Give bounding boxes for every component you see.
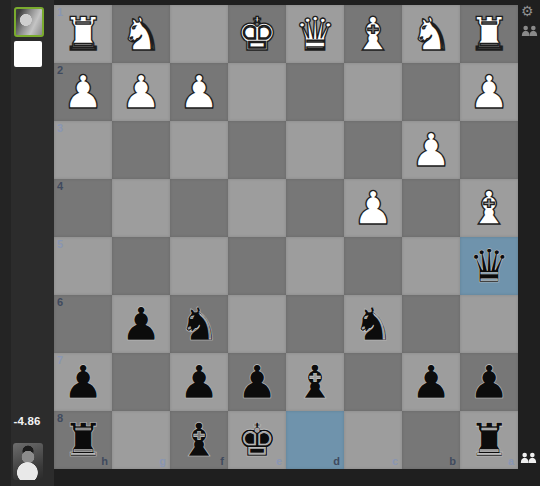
square-c1[interactable]: ♝ bbox=[344, 5, 402, 63]
white-bishop: ♝ bbox=[468, 179, 509, 237]
white-knight: ♞ bbox=[410, 5, 451, 63]
file-label-c: c bbox=[392, 456, 398, 467]
square-c3[interactable] bbox=[344, 121, 402, 179]
file-label-b: b bbox=[449, 456, 456, 467]
black-queen: ♛ bbox=[468, 237, 509, 295]
file-label-e: e bbox=[276, 456, 282, 467]
settings-gear-icon[interactable]: ⚙ bbox=[521, 4, 534, 18]
square-h2[interactable]: ♟2 bbox=[54, 63, 112, 121]
white-player-tile[interactable] bbox=[14, 41, 42, 67]
file-label-g: g bbox=[159, 456, 166, 467]
rank-label-2: 2 bbox=[57, 65, 63, 76]
square-e8[interactable]: ♚e bbox=[228, 411, 286, 469]
square-e6[interactable] bbox=[228, 295, 286, 353]
square-g2[interactable]: ♟ bbox=[112, 63, 170, 121]
player-avatar[interactable] bbox=[13, 443, 43, 480]
black-pawn: ♟ bbox=[468, 353, 509, 411]
black-knight: ♞ bbox=[352, 295, 393, 353]
black-pawn: ♟ bbox=[410, 353, 451, 411]
white-pawn: ♟ bbox=[352, 179, 393, 237]
square-d3[interactable] bbox=[286, 121, 344, 179]
square-a4[interactable]: ♝ bbox=[460, 179, 518, 237]
square-g1[interactable]: ♞ bbox=[112, 5, 170, 63]
square-h3[interactable]: 3 bbox=[54, 121, 112, 179]
square-d6[interactable] bbox=[286, 295, 344, 353]
white-knight: ♞ bbox=[120, 5, 161, 63]
chess-board[interactable]: ♜1♞♚♛♝♞♜♟2♟♟♟3♟4♟♝5♛6♟♞♞♟7♟♟♝♟♟♜8hg♝f♚ed… bbox=[54, 5, 518, 469]
rank-label-4: 4 bbox=[57, 181, 63, 192]
file-label-d: d bbox=[333, 456, 340, 467]
square-g8[interactable]: g bbox=[112, 411, 170, 469]
white-pawn: ♟ bbox=[62, 63, 103, 121]
white-pawn: ♟ bbox=[120, 63, 161, 121]
square-b8[interactable]: b bbox=[402, 411, 460, 469]
square-a7[interactable]: ♟ bbox=[460, 353, 518, 411]
black-bishop: ♝ bbox=[294, 353, 335, 411]
square-d8[interactable]: d bbox=[286, 411, 344, 469]
white-king: ♚ bbox=[236, 5, 277, 63]
square-g6[interactable]: ♟ bbox=[112, 295, 170, 353]
black-rook: ♜ bbox=[62, 411, 103, 469]
file-label-f: f bbox=[220, 456, 224, 467]
rank-label-3: 3 bbox=[57, 123, 63, 134]
square-d7[interactable]: ♝ bbox=[286, 353, 344, 411]
square-e3[interactable] bbox=[228, 121, 286, 179]
square-f2[interactable]: ♟ bbox=[170, 63, 228, 121]
square-e2[interactable] bbox=[228, 63, 286, 121]
square-e4[interactable] bbox=[228, 179, 286, 237]
square-a6[interactable] bbox=[460, 295, 518, 353]
square-e1[interactable]: ♚ bbox=[228, 5, 286, 63]
square-h5[interactable]: 5 bbox=[54, 237, 112, 295]
square-a3[interactable] bbox=[460, 121, 518, 179]
square-f3[interactable] bbox=[170, 121, 228, 179]
square-h8[interactable]: ♜8h bbox=[54, 411, 112, 469]
square-h6[interactable]: 6 bbox=[54, 295, 112, 353]
white-pawn: ♟ bbox=[410, 121, 451, 179]
square-c5[interactable] bbox=[344, 237, 402, 295]
white-queen: ♛ bbox=[294, 5, 335, 63]
square-f4[interactable] bbox=[170, 179, 228, 237]
square-e5[interactable] bbox=[228, 237, 286, 295]
square-h1[interactable]: ♜1 bbox=[54, 5, 112, 63]
square-b1[interactable]: ♞ bbox=[402, 5, 460, 63]
square-g3[interactable] bbox=[112, 121, 170, 179]
white-bishop: ♝ bbox=[352, 5, 393, 63]
rank-label-1: 1 bbox=[57, 7, 63, 18]
square-h4[interactable]: 4 bbox=[54, 179, 112, 237]
square-d4[interactable] bbox=[286, 179, 344, 237]
square-c7[interactable] bbox=[344, 353, 402, 411]
square-b6[interactable] bbox=[402, 295, 460, 353]
evaluation-score: -4.86 bbox=[0, 415, 54, 427]
square-c6[interactable]: ♞ bbox=[344, 295, 402, 353]
rank-label-6: 6 bbox=[57, 297, 63, 308]
square-a2[interactable]: ♟ bbox=[460, 63, 518, 121]
square-a1[interactable]: ♜ bbox=[460, 5, 518, 63]
square-e7[interactable]: ♟ bbox=[228, 353, 286, 411]
black-pawn: ♟ bbox=[62, 353, 103, 411]
black-pawn: ♟ bbox=[120, 295, 161, 353]
white-rook: ♜ bbox=[62, 5, 103, 63]
square-b2[interactable] bbox=[402, 63, 460, 121]
square-b5[interactable] bbox=[402, 237, 460, 295]
opponent-avatar[interactable] bbox=[14, 7, 44, 37]
square-g5[interactable] bbox=[112, 237, 170, 295]
white-pawn: ♟ bbox=[468, 63, 509, 121]
square-f1[interactable] bbox=[170, 5, 228, 63]
square-d1[interactable]: ♛ bbox=[286, 5, 344, 63]
rank-label-5: 5 bbox=[57, 239, 63, 250]
square-h7[interactable]: ♟7 bbox=[54, 353, 112, 411]
square-g7[interactable] bbox=[112, 353, 170, 411]
square-a5[interactable]: ♛ bbox=[460, 237, 518, 295]
square-g4[interactable] bbox=[112, 179, 170, 237]
rank-label-7: 7 bbox=[57, 355, 63, 366]
black-knight: ♞ bbox=[178, 295, 219, 353]
square-f7[interactable]: ♟ bbox=[170, 353, 228, 411]
square-b7[interactable]: ♟ bbox=[402, 353, 460, 411]
square-b3[interactable]: ♟ bbox=[402, 121, 460, 179]
left-edge-strip bbox=[0, 0, 11, 486]
square-c4[interactable]: ♟ bbox=[344, 179, 402, 237]
square-f5[interactable] bbox=[170, 237, 228, 295]
square-a8[interactable]: ♜a bbox=[460, 411, 518, 469]
square-d5[interactable] bbox=[286, 237, 344, 295]
file-label-a: a bbox=[508, 456, 514, 467]
black-pawn: ♟ bbox=[178, 353, 219, 411]
players-icon-bottom[interactable] bbox=[520, 452, 537, 464]
left-sidebar bbox=[11, 0, 54, 486]
file-label-h: h bbox=[101, 456, 108, 467]
black-rook: ♜ bbox=[468, 411, 509, 469]
square-f6[interactable]: ♞ bbox=[170, 295, 228, 353]
square-f8[interactable]: ♝f bbox=[170, 411, 228, 469]
square-c2[interactable] bbox=[344, 63, 402, 121]
white-pawn: ♟ bbox=[178, 63, 219, 121]
players-icon[interactable] bbox=[521, 25, 538, 37]
black-bishop: ♝ bbox=[178, 411, 219, 469]
black-king: ♚ bbox=[236, 411, 277, 469]
rank-label-8: 8 bbox=[57, 413, 63, 424]
white-rook: ♜ bbox=[468, 5, 509, 63]
square-d2[interactable] bbox=[286, 63, 344, 121]
black-pawn: ♟ bbox=[236, 353, 277, 411]
square-c8[interactable]: c bbox=[344, 411, 402, 469]
square-b4[interactable] bbox=[402, 179, 460, 237]
